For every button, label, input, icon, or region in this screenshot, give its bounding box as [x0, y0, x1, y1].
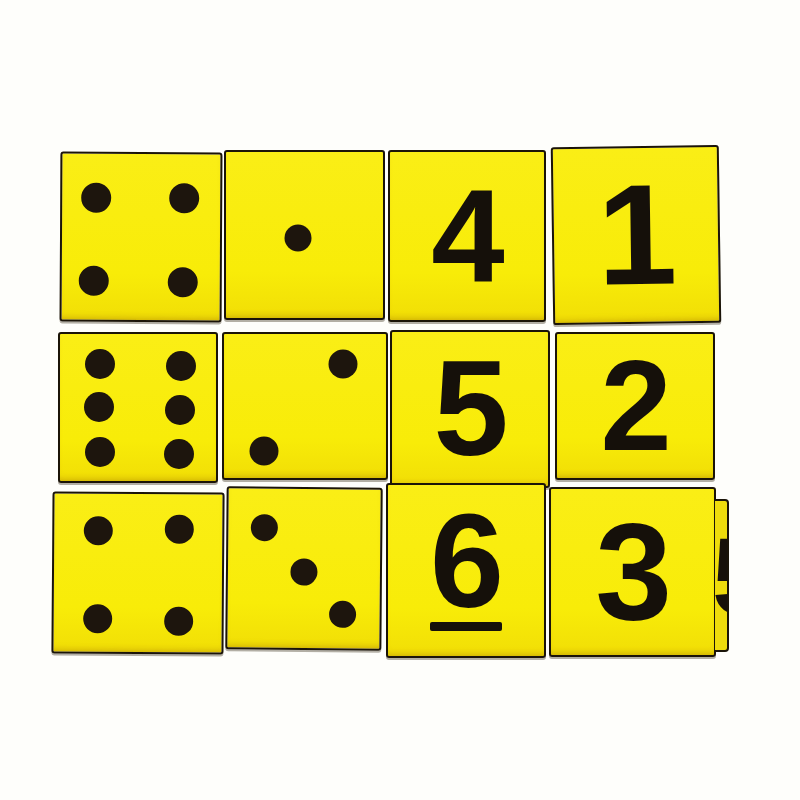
pip	[290, 558, 317, 585]
numeral-wrap: 4	[390, 152, 544, 320]
pip	[83, 604, 112, 633]
die-r3c2-pips-3	[225, 486, 382, 650]
dice-stage: 4152635	[0, 0, 800, 800]
numeral: 4	[431, 185, 502, 288]
numeral-wrap: 6	[388, 485, 544, 656]
die-r3c3-numeral-6-underlined: 6	[386, 483, 546, 658]
pip	[84, 392, 114, 422]
die-r2c4-numeral-2: 2	[555, 332, 715, 480]
numeral-wrap: 1	[553, 147, 719, 323]
pip	[251, 514, 278, 541]
die-r2c2-pips-2	[222, 332, 388, 480]
side-face-partial-numeral: 5	[715, 532, 729, 620]
pip	[81, 183, 111, 213]
die-r3c1-pips-4	[51, 491, 224, 654]
numeral: 2	[600, 356, 669, 456]
numeral: 5	[433, 356, 506, 461]
numeral: 1	[596, 179, 675, 292]
numeral-underline	[430, 622, 502, 631]
die-r1c4-numeral-1: 1	[551, 145, 721, 325]
numeral: 6	[430, 510, 502, 614]
numeral-wrap: 5	[392, 332, 548, 486]
die-r1c1-pips-4	[60, 152, 223, 323]
pip	[85, 349, 115, 379]
pip	[285, 224, 312, 251]
die-r2c1-pips-6	[58, 332, 218, 483]
die-r1c2-pips-1	[224, 150, 385, 320]
pip	[169, 183, 199, 213]
pip	[329, 601, 356, 628]
die-side-face: 5	[715, 499, 729, 652]
pip	[168, 267, 198, 297]
pip	[164, 606, 193, 635]
pip	[249, 436, 278, 465]
numeral: 3	[595, 518, 670, 626]
pip	[85, 437, 115, 467]
numeral-wrap: 3	[551, 489, 714, 655]
pip	[84, 516, 113, 545]
numeral-wrap: 2	[557, 334, 713, 478]
pip	[165, 395, 195, 425]
pip	[328, 350, 357, 379]
pip	[165, 515, 194, 544]
die-r1c3-numeral-4: 4	[388, 150, 546, 322]
die-r2c3-numeral-5: 5	[390, 330, 550, 488]
pip	[166, 351, 196, 381]
pip	[164, 439, 194, 469]
pip	[79, 266, 109, 296]
die-r3c4-numeral-3: 35	[549, 487, 716, 657]
